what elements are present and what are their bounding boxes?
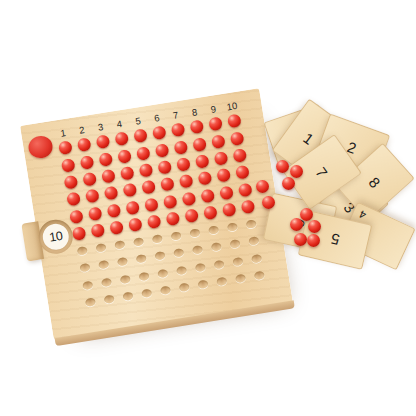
red-bead	[114, 131, 129, 146]
red-bead	[227, 114, 242, 129]
loose-bead[interactable]	[276, 160, 289, 173]
red-bead	[203, 205, 218, 220]
red-bead	[133, 129, 148, 144]
red-bead	[235, 165, 250, 180]
loose-bead[interactable]	[307, 234, 320, 247]
empty-hole	[76, 246, 87, 255]
loose-bead[interactable]	[256, 180, 269, 193]
red-bead	[66, 192, 81, 207]
empty-hole	[192, 246, 203, 255]
red-bead	[63, 175, 78, 190]
red-bead	[219, 185, 234, 200]
empty-hole	[84, 298, 95, 307]
loose-bead[interactable]	[308, 220, 321, 233]
red-bead	[85, 189, 100, 204]
red-bead	[176, 157, 191, 172]
tile-digit: 5	[329, 231, 341, 249]
empty-hole	[79, 263, 90, 272]
red-bead	[198, 171, 213, 186]
empty-hole	[229, 240, 240, 249]
empty-hole	[208, 225, 219, 234]
red-disc-marker[interactable]	[27, 134, 54, 159]
empty-hole	[95, 243, 106, 252]
bead-grid	[55, 111, 270, 313]
red-bead	[120, 166, 135, 181]
red-bead	[147, 214, 162, 229]
red-bead	[165, 211, 180, 226]
red-bead	[82, 172, 97, 187]
red-bead	[77, 137, 92, 152]
empty-hole	[251, 254, 262, 263]
red-bead	[139, 163, 154, 178]
red-bead	[163, 194, 178, 209]
empty-hole	[114, 240, 125, 249]
empty-hole	[159, 286, 170, 295]
red-bead	[192, 137, 207, 152]
loose-bead[interactable]	[290, 218, 303, 231]
photo-stage: 12345678910 10 1 2 7 8 3 6 4 5	[0, 0, 416, 416]
loose-bead[interactable]	[290, 165, 303, 178]
red-bead	[241, 200, 256, 215]
red-bead	[117, 149, 132, 164]
red-bead	[104, 186, 119, 201]
red-bead	[157, 160, 172, 175]
empty-hole	[116, 257, 127, 266]
empty-hole	[151, 234, 162, 243]
tile-digit: 8	[366, 173, 384, 191]
empty-hole	[103, 295, 114, 304]
red-bead	[179, 174, 194, 189]
multiplicand-card[interactable]: 10	[41, 222, 71, 252]
red-bead	[88, 206, 103, 221]
empty-hole	[245, 219, 256, 228]
empty-hole	[157, 269, 168, 278]
red-bead	[136, 146, 151, 161]
empty-hole	[176, 266, 187, 275]
red-bead	[189, 120, 204, 135]
empty-hole	[173, 248, 184, 257]
empty-hole	[213, 260, 224, 269]
red-bead	[152, 126, 167, 141]
empty-hole	[154, 251, 165, 260]
empty-hole	[98, 260, 109, 269]
red-bead	[211, 134, 226, 149]
red-bead	[214, 151, 229, 166]
red-bead	[208, 117, 223, 132]
loose-bead[interactable]	[282, 177, 295, 190]
red-bead	[109, 220, 124, 235]
loose-bead[interactable]	[294, 233, 307, 246]
red-bead	[72, 226, 87, 241]
red-bead	[58, 140, 73, 155]
red-bead	[230, 131, 245, 146]
red-bead	[195, 154, 210, 169]
red-bead	[238, 182, 253, 197]
red-bead	[69, 209, 84, 224]
tile-digit: 4	[357, 208, 368, 221]
red-bead	[222, 203, 237, 218]
empty-hole	[232, 257, 243, 266]
empty-hole	[210, 243, 221, 252]
red-bead	[101, 169, 116, 184]
tile-digit: 1	[301, 129, 318, 148]
red-bead	[106, 203, 121, 218]
red-bead	[80, 155, 95, 170]
red-bead	[90, 223, 105, 238]
empty-hole	[189, 228, 200, 237]
red-bead	[122, 183, 137, 198]
empty-hole	[197, 280, 208, 289]
red-bead	[128, 217, 143, 232]
loose-bead[interactable]	[262, 196, 275, 209]
empty-hole	[253, 271, 264, 280]
empty-hole	[135, 254, 146, 263]
red-bead	[96, 134, 111, 149]
red-bead	[232, 148, 247, 163]
red-bead	[155, 143, 170, 158]
red-bead	[61, 158, 76, 173]
red-bead	[200, 188, 215, 203]
loose-bead[interactable]	[300, 208, 313, 221]
red-bead	[98, 152, 113, 167]
tile-digit: 7	[313, 164, 332, 181]
red-bead	[182, 191, 197, 206]
empty-hole	[141, 289, 152, 298]
empty-hole	[235, 274, 246, 283]
multiplication-bead-board: 12345678910 10	[20, 88, 293, 339]
empty-hole	[216, 277, 227, 286]
empty-hole	[138, 272, 149, 281]
red-bead	[144, 197, 159, 212]
empty-hole	[226, 222, 237, 231]
empty-hole	[170, 231, 181, 240]
red-bead	[184, 208, 199, 223]
empty-hole	[248, 237, 259, 246]
red-bead	[160, 177, 175, 192]
red-bead	[125, 200, 140, 215]
red-bead	[216, 168, 231, 183]
empty-hole-cell[interactable]	[248, 266, 269, 286]
empty-hole	[82, 281, 93, 290]
empty-hole	[119, 275, 130, 284]
empty-hole	[122, 292, 133, 301]
empty-hole	[133, 237, 144, 246]
red-bead	[171, 123, 186, 138]
empty-hole	[100, 278, 111, 287]
red-bead	[173, 140, 188, 155]
empty-hole	[194, 263, 205, 272]
red-bead	[141, 180, 156, 195]
empty-hole	[178, 283, 189, 292]
